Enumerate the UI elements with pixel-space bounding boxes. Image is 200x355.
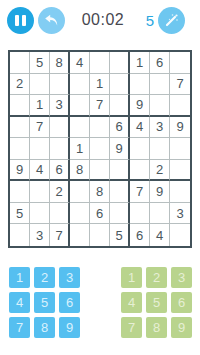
green-numpad-5[interactable]: 5 [146,292,167,313]
cell-r5c1[interactable] [10,138,30,160]
top-bar: 00:02 5 [0,0,200,48]
cell-r6c8[interactable]: 2 [150,160,170,182]
cell-r3c3[interactable]: 3 [50,95,70,117]
cell-r4c8[interactable]: 3 [150,117,170,139]
cell-r3c7[interactable]: 9 [130,95,150,117]
cell-r1c1[interactable] [10,52,30,74]
cell-r9c6[interactable]: 5 [110,224,130,246]
cell-r5c7[interactable] [130,138,150,160]
green-numpad-3[interactable]: 3 [171,267,192,288]
cell-r2c1[interactable]: 2 [10,74,30,96]
cell-r1c4[interactable]: 4 [70,52,90,74]
cell-r5c2[interactable] [30,138,50,160]
green-numpad-6[interactable]: 6 [171,292,192,313]
cell-r8c2[interactable] [30,203,50,225]
cell-r6c9[interactable] [170,160,190,182]
cell-r2c6[interactable] [110,74,130,96]
cell-r2c2[interactable] [30,74,50,96]
green-numpad: 123456789 [121,267,192,338]
cell-r4c9[interactable]: 9 [170,117,190,139]
hints-count: 5 [138,12,154,29]
cell-r8c8[interactable] [150,203,170,225]
pause-button[interactable] [7,7,34,34]
cell-r9c8[interactable]: 4 [150,224,170,246]
cell-r4c5[interactable] [90,117,110,139]
cell-r9c2[interactable]: 3 [30,224,50,246]
cell-r7c3[interactable]: 2 [50,181,70,203]
cell-r7c9[interactable] [170,181,190,203]
cell-r9c3[interactable]: 7 [50,224,70,246]
cell-r4c4[interactable] [70,117,90,139]
cell-r6c2[interactable]: 4 [30,160,50,182]
cell-r1c9[interactable] [170,52,190,74]
cell-r5c8[interactable] [150,138,170,160]
sudoku-board: 584162171379764391994682287956337564 [8,50,192,248]
cell-r9c4[interactable] [70,224,90,246]
cell-r2c3[interactable] [50,74,70,96]
cell-r5c4[interactable]: 1 [70,138,90,160]
cell-r7c5[interactable]: 8 [90,181,110,203]
cell-r8c1[interactable]: 5 [10,203,30,225]
blue-numpad-2[interactable]: 2 [34,267,55,288]
cell-r7c8[interactable]: 9 [150,181,170,203]
blue-numpad-5[interactable]: 5 [34,292,55,313]
green-numpad-1[interactable]: 1 [121,267,142,288]
cell-r7c4[interactable] [70,181,90,203]
blue-numpad-9[interactable]: 9 [59,317,80,338]
green-numpad-7[interactable]: 7 [121,317,142,338]
cell-r1c3[interactable]: 8 [50,52,70,74]
cell-r3c9[interactable] [170,95,190,117]
cell-r6c1[interactable]: 9 [10,160,30,182]
cell-r4c7[interactable]: 4 [130,117,150,139]
magic-wand-icon [164,13,179,28]
cell-r8c9[interactable]: 3 [170,203,190,225]
blue-numpad-7[interactable]: 7 [9,317,30,338]
cell-r6c6[interactable] [110,160,130,182]
cell-r6c4[interactable]: 8 [70,160,90,182]
green-numpad-4[interactable]: 4 [121,292,142,313]
undo-icon [44,14,59,27]
cell-r6c5[interactable] [90,160,110,182]
cell-r5c9[interactable] [170,138,190,160]
cell-r7c7[interactable]: 7 [130,181,150,203]
cell-r1c2[interactable]: 5 [30,52,50,74]
hint-button[interactable] [158,7,185,34]
cell-r3c5[interactable]: 7 [90,95,110,117]
cell-r5c3[interactable] [50,138,70,160]
cell-r2c7[interactable] [130,74,150,96]
cell-r7c2[interactable] [30,181,50,203]
cell-r2c8[interactable] [150,74,170,96]
cell-r7c6[interactable] [110,181,130,203]
green-numpad-9[interactable]: 9 [171,317,192,338]
cell-r4c1[interactable] [10,117,30,139]
cell-r8c3[interactable] [50,203,70,225]
blue-numpad-8[interactable]: 8 [34,317,55,338]
cell-r6c3[interactable]: 6 [50,160,70,182]
cell-r3c6[interactable] [110,95,130,117]
cell-r2c5[interactable]: 1 [90,74,110,96]
blue-numpad: 123456789 [9,267,80,338]
timer: 00:02 [70,11,136,29]
cell-r3c8[interactable] [150,95,170,117]
cell-r8c4[interactable] [70,203,90,225]
cell-r8c6[interactable] [110,203,130,225]
cell-r3c1[interactable] [10,95,30,117]
undo-button[interactable] [38,7,65,34]
cell-r9c9[interactable] [170,224,190,246]
pause-icon [15,15,26,26]
green-numpad-2[interactable]: 2 [146,267,167,288]
blue-numpad-1[interactable]: 1 [9,267,30,288]
cell-r8c5[interactable]: 6 [90,203,110,225]
blue-numpad-4[interactable]: 4 [9,292,30,313]
cell-r4c6[interactable]: 6 [110,117,130,139]
cell-r3c4[interactable] [70,95,90,117]
cell-r9c5[interactable] [90,224,110,246]
cell-r5c6[interactable]: 9 [110,138,130,160]
blue-numpad-3[interactable]: 3 [59,267,80,288]
green-numpad-8[interactable]: 8 [146,317,167,338]
cell-r6c7[interactable] [130,160,150,182]
cell-r9c7[interactable]: 6 [130,224,150,246]
cell-r8c7[interactable] [130,203,150,225]
cell-r3c2[interactable]: 1 [30,95,50,117]
blue-numpad-6[interactable]: 6 [59,292,80,313]
cell-r7c1[interactable] [10,181,30,203]
cell-r4c3[interactable] [50,117,70,139]
cell-r2c4[interactable] [70,74,90,96]
cell-r1c6[interactable] [110,52,130,74]
cell-r1c7[interactable]: 1 [130,52,150,74]
cell-r1c5[interactable] [90,52,110,74]
cell-r5c5[interactable] [90,138,110,160]
cell-r1c8[interactable]: 6 [150,52,170,74]
cell-r9c1[interactable] [10,224,30,246]
cell-r4c2[interactable]: 7 [30,117,50,139]
cell-r2c9[interactable]: 7 [170,74,190,96]
